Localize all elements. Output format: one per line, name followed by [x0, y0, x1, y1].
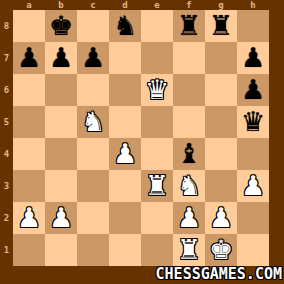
square-g3[interactable] — [205, 170, 237, 202]
black-queen-h5[interactable]: ♛ — [241, 106, 265, 138]
square-h7[interactable]: ♟ — [237, 42, 269, 74]
rank-label-1: 1 — [0, 234, 13, 266]
square-c5[interactable]: ♞ — [77, 106, 109, 138]
file-labels: abcdefgh — [13, 0, 269, 10]
black-pawn-c7[interactable]: ♟ — [81, 42, 105, 74]
square-a2[interactable]: ♟ — [13, 202, 45, 234]
white-pawn-f2[interactable]: ♟ — [177, 202, 201, 234]
square-e7[interactable] — [141, 42, 173, 74]
square-e6[interactable]: ♛ — [141, 74, 173, 106]
square-f1[interactable]: ♜ — [173, 234, 205, 266]
square-e2[interactable] — [141, 202, 173, 234]
white-pawn-g2[interactable]: ♟ — [209, 202, 233, 234]
square-b3[interactable] — [45, 170, 77, 202]
square-d7[interactable] — [109, 42, 141, 74]
square-c3[interactable] — [77, 170, 109, 202]
white-rook-e3[interactable]: ♜ — [145, 170, 169, 202]
square-g1[interactable]: ♚ — [205, 234, 237, 266]
square-b8[interactable]: ♚ — [45, 10, 77, 42]
square-c4[interactable] — [77, 138, 109, 170]
square-b2[interactable]: ♟ — [45, 202, 77, 234]
square-d8[interactable]: ♞ — [109, 10, 141, 42]
square-h6[interactable]: ♟ — [237, 74, 269, 106]
square-c6[interactable] — [77, 74, 109, 106]
square-g7[interactable] — [205, 42, 237, 74]
square-g4[interactable] — [205, 138, 237, 170]
square-h1[interactable] — [237, 234, 269, 266]
square-a1[interactable] — [13, 234, 45, 266]
black-pawn-a7[interactable]: ♟ — [17, 42, 41, 74]
square-a4[interactable] — [13, 138, 45, 170]
square-f2[interactable]: ♟ — [173, 202, 205, 234]
white-pawn-b2[interactable]: ♟ — [49, 202, 73, 234]
square-d2[interactable] — [109, 202, 141, 234]
square-b5[interactable] — [45, 106, 77, 138]
black-rook-g8[interactable]: ♜ — [209, 10, 233, 42]
square-c7[interactable]: ♟ — [77, 42, 109, 74]
square-e5[interactable] — [141, 106, 173, 138]
square-g2[interactable]: ♟ — [205, 202, 237, 234]
square-d5[interactable] — [109, 106, 141, 138]
square-d4[interactable]: ♟ — [109, 138, 141, 170]
white-king-g1[interactable]: ♚ — [209, 234, 233, 266]
square-b6[interactable] — [45, 74, 77, 106]
white-rook-f1[interactable]: ♜ — [177, 234, 201, 266]
rank-label-4: 4 — [0, 138, 13, 170]
square-f3[interactable]: ♞ — [173, 170, 205, 202]
rank-label-5: 5 — [0, 106, 13, 138]
square-a6[interactable] — [13, 74, 45, 106]
square-c2[interactable] — [77, 202, 109, 234]
white-pawn-d4[interactable]: ♟ — [113, 138, 137, 170]
square-e3[interactable]: ♜ — [141, 170, 173, 202]
site-watermark: CHESSGAMES.COM — [156, 265, 282, 283]
square-b7[interactable]: ♟ — [45, 42, 77, 74]
square-h4[interactable] — [237, 138, 269, 170]
square-c1[interactable] — [77, 234, 109, 266]
square-a7[interactable]: ♟ — [13, 42, 45, 74]
black-king-b8[interactable]: ♚ — [49, 10, 73, 42]
square-c8[interactable] — [77, 10, 109, 42]
white-queen-e6[interactable]: ♛ — [145, 74, 169, 106]
rank-label-3: 3 — [0, 170, 13, 202]
white-pawn-a2[interactable]: ♟ — [17, 202, 41, 234]
square-g5[interactable] — [205, 106, 237, 138]
square-g6[interactable] — [205, 74, 237, 106]
square-e8[interactable] — [141, 10, 173, 42]
white-knight-f3[interactable]: ♞ — [177, 170, 201, 202]
square-a5[interactable] — [13, 106, 45, 138]
square-h2[interactable] — [237, 202, 269, 234]
black-rook-f8[interactable]: ♜ — [177, 10, 201, 42]
square-b1[interactable] — [45, 234, 77, 266]
white-knight-c5[interactable]: ♞ — [81, 106, 105, 138]
square-h5[interactable]: ♛ — [237, 106, 269, 138]
square-h8[interactable] — [237, 10, 269, 42]
square-f6[interactable] — [173, 74, 205, 106]
rank-labels: 87654321 — [0, 10, 13, 266]
square-d3[interactable] — [109, 170, 141, 202]
square-e4[interactable] — [141, 138, 173, 170]
square-h3[interactable]: ♟ — [237, 170, 269, 202]
square-b4[interactable] — [45, 138, 77, 170]
square-d1[interactable] — [109, 234, 141, 266]
rank-label-8: 8 — [0, 10, 13, 42]
square-f5[interactable] — [173, 106, 205, 138]
square-d6[interactable] — [109, 74, 141, 106]
black-pawn-b7[interactable]: ♟ — [49, 42, 73, 74]
board-frame: abcdefgh 87654321 ♚♞♜♜♟♟♟♟♛♟♞♛♟♝♜♞♟♟♟♟♟♜… — [0, 0, 284, 284]
square-e1[interactable] — [141, 234, 173, 266]
white-pawn-h3[interactable]: ♟ — [241, 170, 265, 202]
black-pawn-h6[interactable]: ♟ — [241, 74, 265, 106]
black-bishop-f4[interactable]: ♝ — [177, 138, 201, 170]
rank-label-6: 6 — [0, 74, 13, 106]
square-g8[interactable]: ♜ — [205, 10, 237, 42]
square-f7[interactable] — [173, 42, 205, 74]
rank-label-7: 7 — [0, 42, 13, 74]
square-f4[interactable]: ♝ — [173, 138, 205, 170]
black-knight-d8[interactable]: ♞ — [113, 10, 137, 42]
board: ♚♞♜♜♟♟♟♟♛♟♞♛♟♝♜♞♟♟♟♟♟♜♚ — [13, 10, 269, 266]
square-a3[interactable] — [13, 170, 45, 202]
black-pawn-h7[interactable]: ♟ — [241, 42, 265, 74]
square-f8[interactable]: ♜ — [173, 10, 205, 42]
square-a8[interactable] — [13, 10, 45, 42]
rank-label-2: 2 — [0, 202, 13, 234]
